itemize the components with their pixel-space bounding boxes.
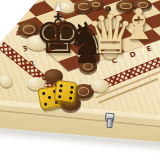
checker-ring: [78, 87, 90, 95]
board-game-photo: BCDE432 ♚♞♟♛♝: [0, 0, 160, 160]
die-pip: [48, 96, 51, 99]
die-pip: [41, 91, 44, 94]
white-bishop: ♝: [120, 4, 158, 46]
die-pip: [59, 84, 62, 87]
die-pip: [58, 89, 61, 92]
board-square-a7: [0, 0, 26, 14]
light-checker: [91, 79, 109, 92]
yellow-die-showing-6: [54, 80, 78, 104]
die-pip: [58, 94, 61, 97]
metal-clasp: [103, 113, 115, 128]
die-pip: [70, 85, 73, 88]
die-pip: [69, 91, 72, 94]
die-pip: [43, 102, 46, 105]
black-king-white-finial: [55, 2, 61, 11]
board-square-a8: [0, 0, 15, 4]
clasp-hook: [106, 118, 113, 128]
white-queen-ball-finial: [105, 6, 111, 12]
die-pip: [68, 96, 71, 99]
light-checker: [0, 75, 13, 87]
